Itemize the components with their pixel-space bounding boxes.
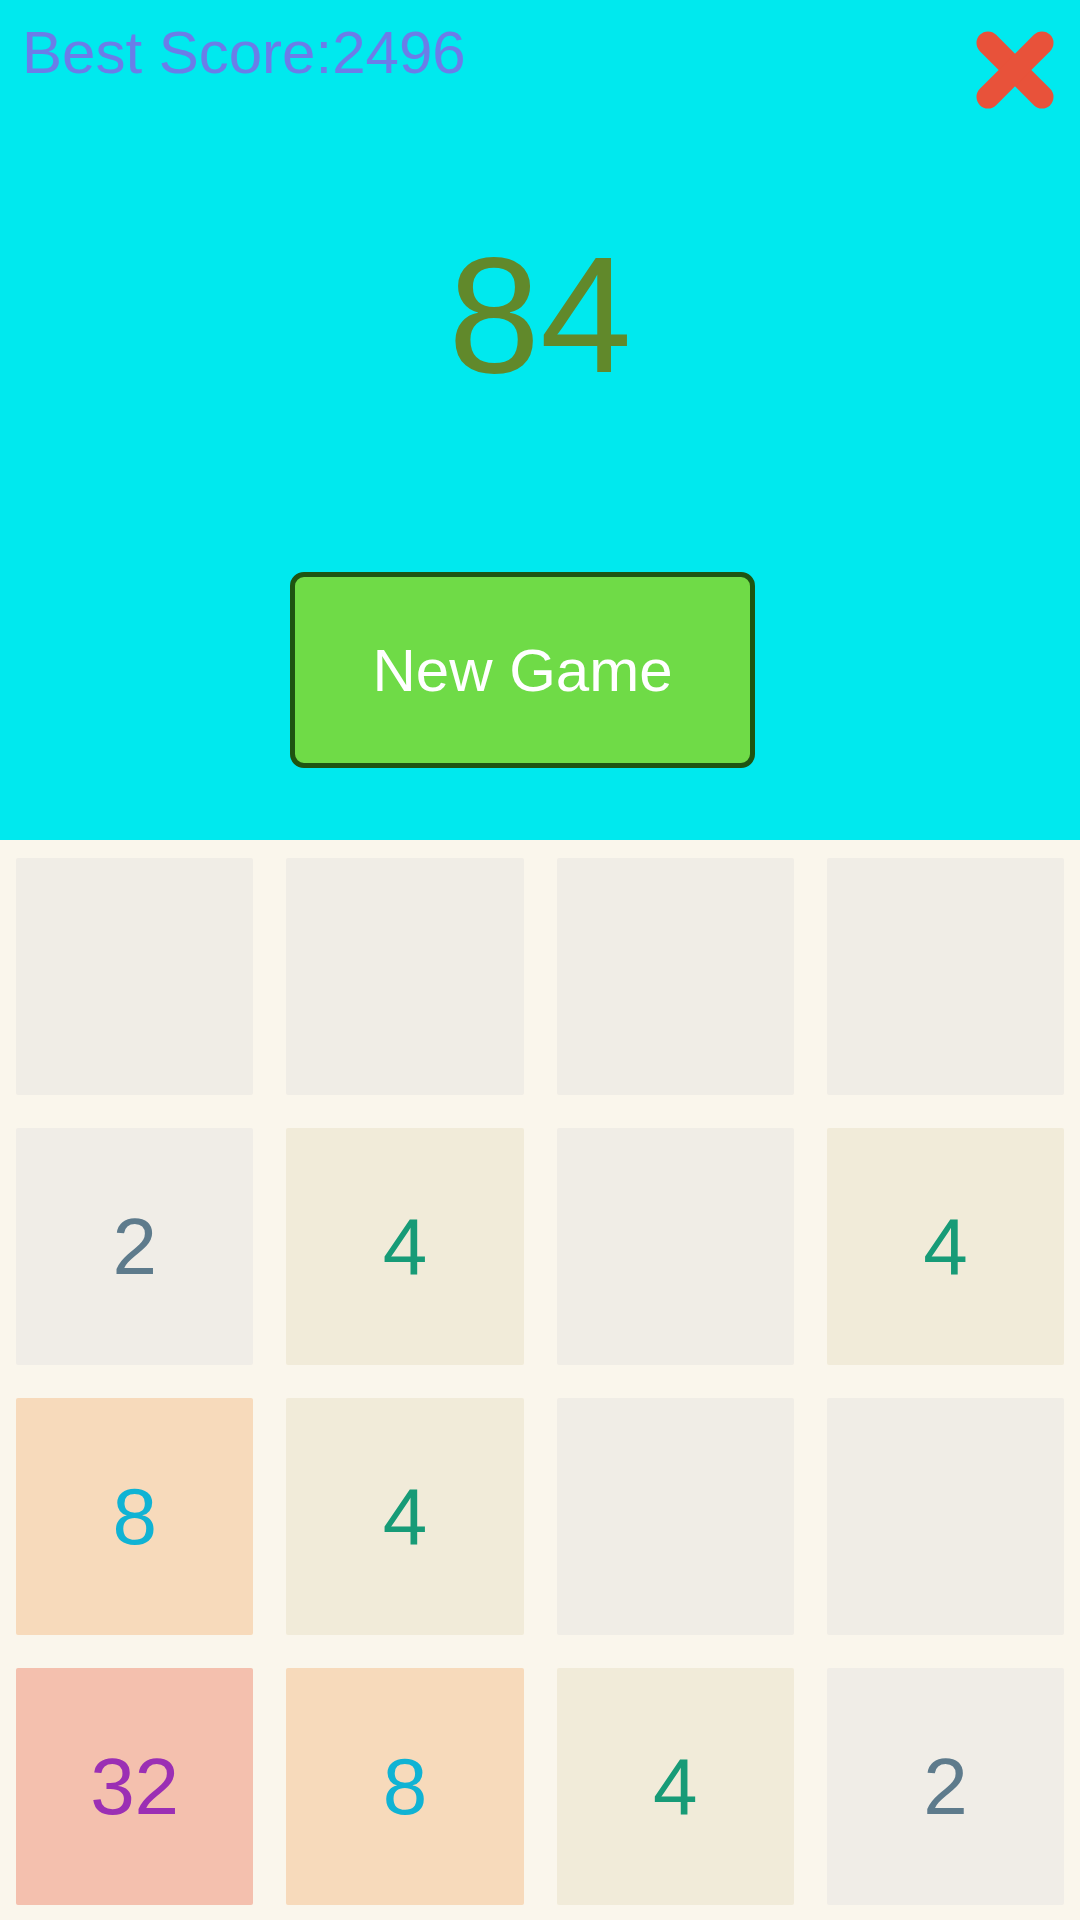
new-game-button[interactable]: New Game [290, 572, 755, 768]
empty-cell [827, 1398, 1064, 1635]
board[interactable]: 2448432842 [0, 840, 1080, 1920]
empty-cell [557, 858, 794, 1095]
best-score-label: Best Score:2496 [22, 18, 466, 87]
tile-4: 4 [286, 1398, 523, 1635]
x-icon [975, 30, 1055, 110]
tile-2: 2 [827, 1668, 1064, 1905]
game-screen: Best Score:2496 84 New Game 2448432842 [0, 0, 1080, 1920]
tile-2: 2 [16, 1128, 253, 1365]
tile-4: 4 [827, 1128, 1064, 1365]
empty-cell [827, 858, 1064, 1095]
tile-4: 4 [557, 1668, 794, 1905]
empty-cell [557, 1128, 794, 1365]
tile-4: 4 [286, 1128, 523, 1365]
tile-32: 32 [16, 1668, 253, 1905]
board-grid: 2448432842 [16, 858, 1064, 1905]
empty-cell [557, 1398, 794, 1635]
score-panel: Best Score:2496 84 New Game [0, 0, 1080, 840]
empty-cell [16, 858, 253, 1095]
tile-8: 8 [16, 1398, 253, 1635]
empty-cell [286, 858, 523, 1095]
current-score: 84 [0, 233, 1080, 398]
close-button[interactable] [975, 30, 1055, 110]
tile-8: 8 [286, 1668, 523, 1905]
